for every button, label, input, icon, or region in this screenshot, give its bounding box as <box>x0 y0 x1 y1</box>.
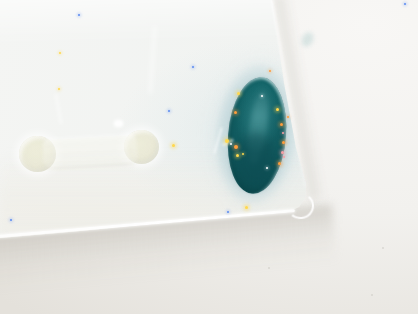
glitter-flake-orange <box>282 141 285 144</box>
glitter-flake-orange <box>269 70 271 72</box>
glitter-flake-orange <box>287 116 289 118</box>
glitter-flake-gold <box>276 108 279 111</box>
glitter-flake-dust <box>371 294 373 296</box>
glitter-flake-gold <box>245 206 248 209</box>
glitter-flake-gold <box>172 144 175 147</box>
glitter-layer <box>0 0 418 314</box>
glitter-flake-blue <box>10 219 12 221</box>
glitter-flake-gold <box>236 154 239 157</box>
glitter-flake-orange <box>234 111 237 114</box>
glitter-flake-white <box>230 143 232 145</box>
glitter-flake-blue <box>192 66 194 68</box>
glitter-flake-gold <box>242 153 244 155</box>
glitter-flake-white <box>266 167 268 169</box>
glitter-flake-orange <box>278 162 281 165</box>
photo-silicone-resin-mold <box>0 0 418 314</box>
glitter-flake-pink <box>283 156 285 158</box>
glitter-flake-gold <box>237 92 240 95</box>
glitter-flake-dust <box>268 267 270 269</box>
glitter-flake-blue <box>227 211 229 213</box>
glitter-flake-gold <box>59 52 61 54</box>
glitter-flake-blue <box>404 3 406 5</box>
glitter-flake-blue <box>168 110 170 112</box>
glitter-flake-gold <box>58 88 60 90</box>
glitter-flake-pink <box>281 151 284 154</box>
glitter-flake-dust <box>382 247 384 249</box>
glitter-flake-pink <box>282 132 284 134</box>
glitter-flake-white <box>261 95 263 97</box>
glitter-flake-gold <box>225 139 229 143</box>
glitter-flake-orange <box>280 123 283 126</box>
glitter-flake-blue <box>78 14 80 16</box>
glitter-flake-orange <box>234 145 238 149</box>
